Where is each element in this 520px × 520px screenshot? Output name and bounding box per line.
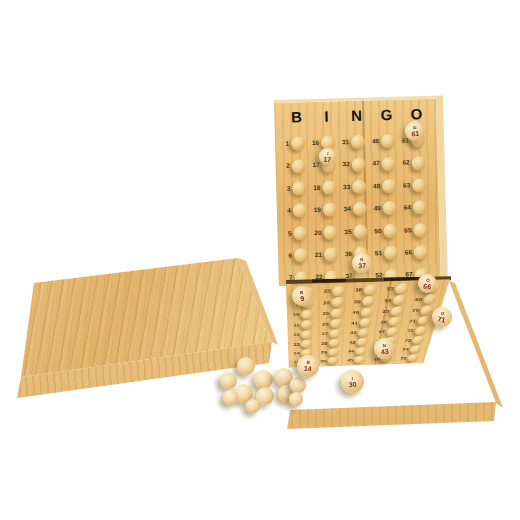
hole-number: 32 — [340, 161, 350, 168]
ball-number-label: 14 — [304, 365, 312, 373]
hole-number: 46 — [369, 138, 379, 145]
hole-number: 64 — [401, 205, 411, 212]
ball-number-label: 17 — [323, 155, 331, 163]
hole-cell: 2 — [279, 154, 310, 177]
hole-number: 13 — [291, 342, 300, 346]
hole-number: 72 — [404, 329, 414, 333]
hole-cell: 20 — [311, 221, 342, 244]
hole-cell: 19 — [311, 198, 342, 221]
bingo-letter-n: N — [341, 106, 371, 124]
hole-dimple[interactable] — [359, 318, 372, 328]
hole-number: 5 — [281, 230, 291, 237]
hole-number: 73 — [402, 338, 412, 342]
hole-number: 1 — [279, 141, 289, 148]
hole-number: 70 — [409, 308, 419, 313]
hole-number: 17 — [310, 162, 320, 169]
hole-dimple[interactable] — [330, 319, 343, 329]
hole-dimple[interactable] — [331, 297, 344, 307]
hole-number: 19 — [311, 207, 321, 214]
hole-number: 48 — [370, 183, 380, 190]
hole-dimple[interactable] — [413, 223, 427, 237]
hole-dimple[interactable] — [352, 157, 366, 171]
hole-dimple[interactable] — [352, 180, 366, 194]
hole-dimple[interactable] — [323, 225, 337, 239]
hole-cell: 65 — [401, 218, 432, 241]
hole-cell: 32 — [339, 153, 370, 176]
hole-number: 53 — [383, 286, 394, 291]
hole-number: 25 — [320, 311, 330, 316]
ball-number-label: 9 — [300, 295, 305, 302]
hole-number: 69 — [412, 297, 423, 302]
hole-number: 26 — [319, 322, 328, 327]
hole-number: 34 — [341, 206, 351, 213]
hole-number: 51 — [372, 250, 382, 257]
hole-number: 71 — [406, 319, 416, 324]
hole-number: 62 — [400, 160, 410, 167]
hole-cell: 3 — [280, 177, 311, 200]
hole-dimple[interactable] — [413, 200, 427, 214]
hole-dimple[interactable] — [412, 156, 426, 170]
hole-cell: 1 — [279, 132, 310, 155]
bingo-ball-17[interactable]: I17 — [318, 147, 336, 165]
hole-dimple[interactable] — [407, 354, 420, 362]
hole-number: 23 — [321, 289, 331, 294]
hole-cell: 62 — [399, 151, 430, 174]
hole-number: 33 — [340, 184, 350, 191]
hole-number: 40 — [349, 310, 359, 315]
hole-dimple[interactable] — [384, 246, 398, 260]
hole-dimple[interactable] — [381, 134, 395, 148]
hole-dimple[interactable] — [412, 178, 426, 192]
hole-number: 27 — [319, 332, 328, 336]
ball-number-label: 30 — [348, 380, 356, 388]
hole-cell: 51 — [372, 242, 403, 265]
hole-dimple[interactable] — [394, 283, 409, 294]
hole-number: 50 — [371, 228, 381, 235]
hole-number: 16 — [309, 140, 319, 147]
ball-letter-label: I — [351, 375, 353, 380]
hole-dimple[interactable] — [292, 159, 306, 173]
hole-dimple[interactable] — [301, 340, 312, 349]
hole-number: 12 — [290, 333, 299, 337]
flat-holes-grid: 8233853689243954691025405570112641567112… — [289, 281, 448, 366]
ball-number-label: 61 — [411, 130, 419, 138]
hole-dimple[interactable] — [329, 339, 341, 348]
loose-ball[interactable] — [246, 399, 260, 413]
bingo-header: B I N G O — [278, 105, 428, 126]
hole-number: 49 — [371, 205, 381, 212]
hole-dimple[interactable] — [382, 156, 396, 170]
hole-dimple[interactable] — [301, 330, 313, 339]
hole-dimple[interactable] — [293, 226, 307, 240]
hole-number: 36 — [342, 251, 352, 258]
hole-dimple[interactable] — [329, 329, 341, 338]
hole-number: 66 — [402, 249, 412, 256]
hole-dimple[interactable] — [294, 248, 308, 262]
hole-cell: 33 — [340, 175, 371, 198]
hole-number: 29 — [318, 350, 327, 354]
hole-number: 42 — [347, 331, 356, 335]
hole-dimple[interactable] — [390, 306, 404, 316]
hole-dimple[interactable] — [353, 224, 367, 238]
hole-cell: 34 — [341, 198, 372, 221]
hole-number: 10 — [290, 312, 299, 317]
ball-number-label: 66 — [422, 282, 430, 290]
hole-dimple[interactable] — [362, 296, 376, 307]
hole-dimple[interactable] — [383, 224, 397, 238]
hole-dimple[interactable] — [392, 295, 407, 306]
hole-number: 30 — [318, 359, 327, 363]
hole-dimple[interactable] — [324, 248, 338, 262]
ball-letter-label: I — [326, 150, 328, 155]
hole-cell: 21 — [312, 243, 343, 266]
hole-dimple[interactable] — [322, 180, 336, 194]
hole-cell: 63 — [400, 174, 431, 197]
hole-number: 47 — [370, 161, 380, 168]
hole-cell: 48 — [370, 175, 401, 198]
hole-number: 63 — [400, 182, 410, 189]
bingo-letter-g: G — [371, 106, 401, 124]
hole-number: 45 — [344, 358, 353, 362]
hole-dimple[interactable] — [328, 348, 340, 356]
hole-cell: 31 — [339, 131, 370, 154]
hole-cell: 45 — [344, 355, 372, 364]
hole-number: 4 — [281, 208, 291, 215]
hole-dimple[interactable] — [301, 320, 313, 330]
bingo-letter-b: B — [281, 108, 311, 126]
hole-number: 20 — [311, 229, 321, 236]
hole-number: 60 — [371, 357, 380, 361]
hole-number: 75 — [397, 356, 406, 360]
hole-number: 74 — [399, 348, 408, 352]
hole-dimple[interactable] — [411, 336, 425, 345]
hole-dimple[interactable] — [358, 328, 371, 337]
loose-ball[interactable] — [254, 370, 273, 389]
loose-ball[interactable] — [289, 392, 303, 406]
ball-number-label: 37 — [358, 262, 366, 270]
bingo-ball-30[interactable]: I30 — [340, 369, 365, 394]
hole-number: 56 — [377, 320, 387, 325]
hole-dimple[interactable] — [414, 326, 428, 335]
hole-cell: 6 — [282, 244, 313, 267]
hole-cell: 49 — [371, 197, 402, 220]
hole-dimple[interactable] — [292, 181, 306, 195]
loose-ball[interactable] — [290, 377, 306, 393]
hole-dimple[interactable] — [331, 308, 344, 318]
hole-dimple[interactable] — [383, 201, 397, 215]
hole-cell: 5 — [281, 222, 312, 245]
hole-dimple[interactable] — [354, 356, 366, 364]
hole-dimple[interactable] — [363, 284, 377, 295]
hole-number: 57 — [376, 330, 386, 334]
loose-ball[interactable] — [220, 372, 237, 389]
hole-cell: 35 — [341, 220, 372, 243]
scene: B I N G O 116314661217324762318334863419… — [0, 0, 520, 520]
hole-cell: 4 — [281, 199, 312, 222]
hinge-slot — [312, 279, 346, 283]
ball-number-label: 71 — [437, 315, 446, 323]
hole-cell: 66 — [402, 241, 433, 264]
hole-dimple[interactable] — [323, 203, 337, 217]
bingo-letter-i: I — [311, 107, 341, 125]
hole-number: 2 — [280, 163, 290, 170]
hole-number: 21 — [312, 252, 322, 259]
hole-dimple[interactable] — [417, 316, 431, 326]
hole-dimple[interactable] — [414, 245, 428, 259]
hole-dimple[interactable] — [422, 294, 437, 305]
hole-dimple[interactable] — [351, 135, 365, 149]
hole-dimple[interactable] — [291, 136, 305, 150]
hole-number: 6 — [282, 252, 292, 259]
hole-number: 3 — [280, 185, 290, 192]
hole-cell: 46 — [369, 130, 400, 153]
hole-cell: 18 — [310, 176, 341, 199]
hole-number: 31 — [339, 139, 349, 146]
hole-number: 28 — [318, 341, 327, 345]
hole-number: 65 — [401, 227, 411, 234]
hole-number: 24 — [320, 300, 330, 305]
hole-number: 38 — [352, 288, 362, 293]
hole-cell: 50 — [371, 219, 402, 242]
hole-cell: 75 — [397, 353, 426, 362]
hole-number: 55 — [379, 309, 389, 314]
hole-dimple[interactable] — [356, 338, 369, 347]
hole-dimple[interactable] — [293, 204, 307, 218]
hole-dimple[interactable] — [332, 285, 346, 296]
hole-dimple[interactable] — [353, 202, 367, 216]
hole-cell: 64 — [401, 196, 432, 219]
hole-number: 11 — [290, 323, 299, 328]
bingo-letter-o: O — [401, 105, 431, 123]
hole-cell: 47 — [369, 152, 400, 175]
loose-ball[interactable] — [237, 357, 255, 375]
loose-ball[interactable] — [223, 390, 238, 405]
hole-number: 39 — [351, 299, 361, 304]
hole-number: 18 — [310, 185, 320, 192]
hole-number: 41 — [348, 321, 358, 326]
hole-number: 54 — [381, 298, 391, 303]
hole-dimple[interactable] — [328, 357, 339, 365]
hole-number: 43 — [346, 340, 355, 344]
ball-number-label: 43 — [380, 347, 388, 355]
hole-dimple[interactable] — [409, 345, 422, 353]
hole-dimple[interactable] — [360, 307, 374, 317]
hole-dimple[interactable] — [355, 347, 367, 355]
hole-number: 14 — [291, 351, 300, 355]
hole-dimple[interactable] — [301, 309, 313, 319]
hole-cell: 30 — [318, 356, 345, 365]
hole-number: 44 — [345, 350, 354, 354]
hole-number: 35 — [341, 229, 351, 236]
hole-dimple[interactable] — [382, 179, 396, 193]
hole-dimple[interactable] — [386, 327, 399, 336]
hole-dimple[interactable] — [388, 317, 402, 327]
